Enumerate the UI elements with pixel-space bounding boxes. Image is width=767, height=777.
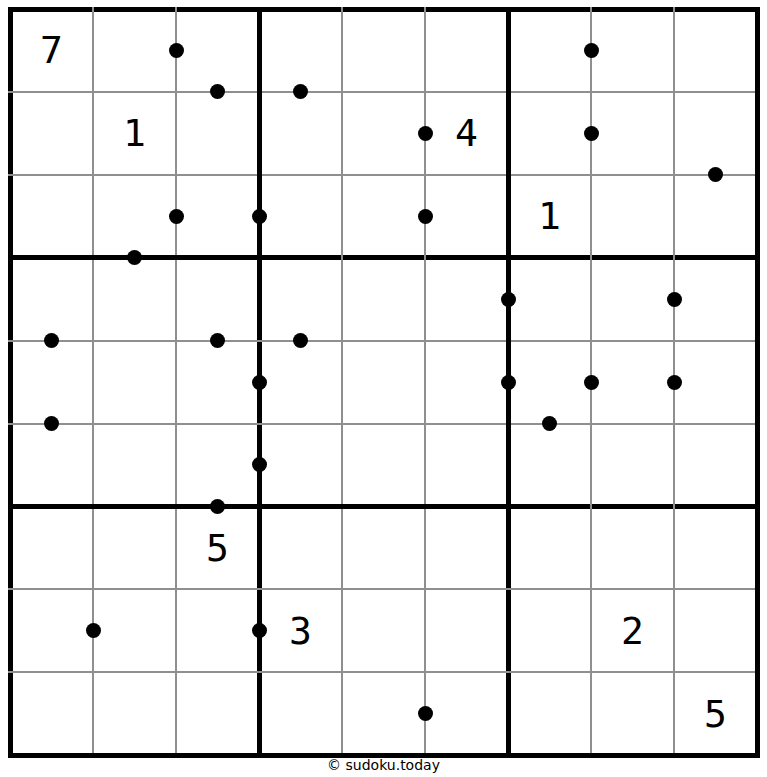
cell-r4c8[interactable] xyxy=(591,258,674,341)
cell-r7c1[interactable] xyxy=(10,506,93,589)
consecutive-dot xyxy=(252,457,267,472)
cell-r3c2[interactable] xyxy=(93,175,176,258)
grid-line-h6 xyxy=(8,504,760,509)
cell-r1c7[interactable] xyxy=(508,9,591,92)
cell-r3c8[interactable] xyxy=(591,175,674,258)
grid-line-v5 xyxy=(424,7,426,758)
cell-r9c3[interactable] xyxy=(176,672,259,755)
cell-r6c7[interactable] xyxy=(508,424,591,507)
cell-r6c8[interactable] xyxy=(591,424,674,507)
consecutive-dot xyxy=(418,126,433,141)
cell-r6c5[interactable] xyxy=(342,424,425,507)
cell-r4c5[interactable] xyxy=(342,258,425,341)
cell-r8c1[interactable] xyxy=(10,589,93,672)
cell-r8c3[interactable] xyxy=(176,589,259,672)
cell-r3c3[interactable] xyxy=(176,175,259,258)
consecutive-dot xyxy=(86,623,101,638)
cell-r3c6[interactable] xyxy=(425,175,508,258)
cell-r4c4[interactable] xyxy=(259,258,342,341)
consecutive-dot xyxy=(252,375,267,390)
cell-r1c4[interactable] xyxy=(259,9,342,92)
cell-r1c6[interactable] xyxy=(425,9,508,92)
cell-r7c4[interactable] xyxy=(259,506,342,589)
cell-r6c2[interactable] xyxy=(93,424,176,507)
cell-r8c2[interactable] xyxy=(93,589,176,672)
consecutive-dot xyxy=(501,375,516,390)
cell-r5c9[interactable] xyxy=(674,341,757,424)
cell-r1c9[interactable] xyxy=(674,9,757,92)
cell-r5c1[interactable] xyxy=(10,341,93,424)
cell-r2c1[interactable] xyxy=(10,92,93,175)
cell-r4c7[interactable] xyxy=(508,258,591,341)
cell-r8c9[interactable] xyxy=(674,589,757,672)
cell-r9c5[interactable] xyxy=(342,672,425,755)
cell-r1c2[interactable] xyxy=(93,9,176,92)
cell-r6c4[interactable] xyxy=(259,424,342,507)
cell-r9c6[interactable] xyxy=(425,672,508,755)
cell-r8c5[interactable] xyxy=(342,589,425,672)
cell-r2c8[interactable] xyxy=(591,92,674,175)
consecutive-dot xyxy=(667,375,682,390)
consecutive-dot xyxy=(584,375,599,390)
cell-r6c9[interactable] xyxy=(674,424,757,507)
cell-r7c3[interactable]: 5 xyxy=(176,506,259,589)
cell-r2c9[interactable] xyxy=(674,92,757,175)
grid-line-h7 xyxy=(8,588,760,590)
consecutive-dot xyxy=(501,292,516,307)
cell-r5c2[interactable] xyxy=(93,341,176,424)
consecutive-dot xyxy=(293,333,308,348)
consecutive-dot xyxy=(252,209,267,224)
consecutive-dot xyxy=(44,416,59,431)
cell-r7c5[interactable] xyxy=(342,506,425,589)
consecutive-dot xyxy=(210,499,225,514)
cell-r9c9[interactable]: 5 xyxy=(674,672,757,755)
cell-r6c3[interactable] xyxy=(176,424,259,507)
cell-r7c7[interactable] xyxy=(508,506,591,589)
cell-r9c2[interactable] xyxy=(93,672,176,755)
grid-line-h4 xyxy=(8,340,760,342)
cell-r4c1[interactable] xyxy=(10,258,93,341)
cell-r5c7[interactable] xyxy=(508,341,591,424)
cell-r1c3[interactable] xyxy=(176,9,259,92)
cell-r8c6[interactable] xyxy=(425,589,508,672)
consecutive-dot xyxy=(210,333,225,348)
cell-r3c7[interactable]: 1 xyxy=(508,175,591,258)
cell-r5c4[interactable] xyxy=(259,341,342,424)
grid-line-h3 xyxy=(8,255,760,260)
grid-line-v9 xyxy=(755,7,760,758)
cell-r5c3[interactable] xyxy=(176,341,259,424)
cell-r3c9[interactable] xyxy=(674,175,757,258)
cell-r5c6[interactable] xyxy=(425,341,508,424)
cell-r4c6[interactable] xyxy=(425,258,508,341)
consecutive-dot xyxy=(44,333,59,348)
grid-line-v1 xyxy=(92,7,94,758)
cell-r7c2[interactable] xyxy=(93,506,176,589)
consecutive-dot xyxy=(169,209,184,224)
cell-r7c9[interactable] xyxy=(674,506,757,589)
grid-line-v2 xyxy=(175,7,177,758)
grid-line-v4 xyxy=(341,7,343,758)
cell-r9c4[interactable] xyxy=(259,672,342,755)
cell-r4c3[interactable] xyxy=(176,258,259,341)
footer-credit: © sudoku.today xyxy=(0,757,767,773)
grid-line-h0 xyxy=(8,7,760,12)
cell-r9c7[interactable] xyxy=(508,672,591,755)
cell-r3c1[interactable] xyxy=(10,175,93,258)
grid-line-h8 xyxy=(8,671,760,673)
cell-r6c6[interactable] xyxy=(425,424,508,507)
sudoku-board: 71415325 xyxy=(0,0,767,777)
consecutive-dot xyxy=(542,416,557,431)
cell-r1c1[interactable]: 7 xyxy=(10,9,93,92)
cell-r8c8[interactable]: 2 xyxy=(591,589,674,672)
consecutive-dot xyxy=(252,623,267,638)
cell-r2c2[interactable]: 1 xyxy=(93,92,176,175)
grid-line-h1 xyxy=(8,91,760,93)
cell-r1c5[interactable] xyxy=(342,9,425,92)
cell-r5c5[interactable] xyxy=(342,341,425,424)
cell-r2c3[interactable] xyxy=(176,92,259,175)
grid-line-h5 xyxy=(8,423,760,425)
cell-r6c1[interactable] xyxy=(10,424,93,507)
cell-r2c7[interactable] xyxy=(508,92,591,175)
consecutive-dot xyxy=(584,126,599,141)
cell-r8c4[interactable]: 3 xyxy=(259,589,342,672)
consecutive-dot xyxy=(169,43,184,58)
cell-r7c6[interactable] xyxy=(425,506,508,589)
cell-r9c1[interactable] xyxy=(10,672,93,755)
cell-r9c8[interactable] xyxy=(591,672,674,755)
cell-r4c9[interactable] xyxy=(674,258,757,341)
cell-r8c7[interactable] xyxy=(508,589,591,672)
consecutive-dot xyxy=(584,43,599,58)
cell-r4c2[interactable] xyxy=(93,258,176,341)
cell-r3c4[interactable] xyxy=(259,175,342,258)
cell-r2c6[interactable]: 4 xyxy=(425,92,508,175)
cell-r3c5[interactable] xyxy=(342,175,425,258)
consecutive-dot xyxy=(418,706,433,721)
grid-line-v0 xyxy=(8,7,13,758)
consecutive-dot xyxy=(667,292,682,307)
cell-r1c8[interactable] xyxy=(591,9,674,92)
consecutive-dot xyxy=(418,209,433,224)
cell-r2c5[interactable] xyxy=(342,92,425,175)
cell-r2c4[interactable] xyxy=(259,92,342,175)
cell-r5c8[interactable] xyxy=(591,341,674,424)
grid-line-h2 xyxy=(8,174,760,176)
cell-r7c8[interactable] xyxy=(591,506,674,589)
